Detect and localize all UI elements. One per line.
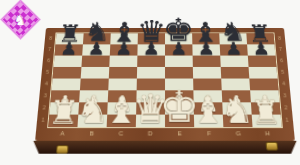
square-e1: ♚	[165, 115, 194, 127]
rank-label-left-6: 6	[44, 56, 52, 65]
square-h4	[249, 79, 278, 91]
square-c4	[108, 79, 137, 91]
square-b6	[81, 56, 109, 67]
folding-box-edge	[29, 141, 300, 154]
square-b8: ♞	[83, 33, 111, 44]
square-b3	[79, 90, 108, 102]
square-g7: ♟	[220, 44, 248, 55]
file-label-a: A	[47, 129, 77, 139]
rank-label-left-1: 1	[39, 115, 48, 125]
rank-label-left-3: 3	[41, 91, 49, 101]
square-f5	[193, 67, 221, 79]
square-f1: ♝	[194, 115, 223, 127]
square-d1: ♛	[136, 115, 165, 127]
square-a6	[54, 56, 83, 67]
square-g4	[221, 79, 250, 91]
file-label-b: B	[77, 129, 107, 139]
square-h3	[250, 90, 279, 102]
square-a1: ♜	[48, 115, 78, 127]
square-e4	[165, 79, 193, 91]
rank-label-right-5: 5	[278, 67, 286, 76]
file-labels: ABCDEFGH	[47, 129, 282, 139]
black-king: ♚	[163, 15, 195, 45]
file-label-d: D	[136, 129, 165, 139]
square-e2: ♟	[165, 102, 194, 114]
black-knight: ♞	[83, 20, 110, 45]
square-d6	[137, 56, 165, 67]
rank-label-left-2: 2	[40, 103, 49, 113]
square-d3	[136, 90, 165, 102]
brass-clasp-right	[266, 142, 279, 151]
black-queen: ♛	[136, 17, 166, 45]
chess-board: 87654321 ♜♞♝♛♚♝♞♜♟♟♟♟♟♟♟♟♟♟♟♟♟♟♟♟♜♞♝♛♚♝♞…	[34, 28, 296, 154]
square-c7: ♟	[110, 44, 138, 55]
rank-label-right-2: 2	[282, 103, 291, 113]
square-e8: ♚	[165, 33, 192, 44]
file-label-f: F	[194, 129, 224, 139]
rank-label-left-4: 4	[42, 79, 50, 88]
rank-label-right-8: 8	[275, 34, 283, 43]
square-e6	[165, 56, 193, 67]
square-h7: ♟	[247, 44, 275, 55]
square-f2: ♟	[194, 102, 223, 114]
rank-label-right-1: 1	[283, 115, 292, 125]
rank-label-right-3: 3	[280, 91, 288, 101]
square-c8: ♝	[110, 33, 138, 44]
square-g1: ♞	[223, 115, 253, 127]
square-c6	[109, 56, 137, 67]
square-f4	[193, 79, 222, 91]
square-c2: ♟	[107, 102, 136, 114]
rank-label-right-7: 7	[276, 45, 284, 54]
square-g8: ♞	[219, 33, 247, 44]
file-label-g: G	[223, 129, 253, 139]
file-label-c: C	[106, 129, 136, 139]
square-a7: ♟	[55, 44, 83, 55]
square-d5	[137, 67, 165, 79]
knight-icon: ♞	[14, 13, 27, 27]
black-knight: ♞	[219, 20, 246, 45]
square-h1: ♜	[252, 115, 282, 127]
rank-label-right-4: 4	[279, 79, 287, 88]
square-b2: ♟	[78, 102, 107, 114]
square-f6	[193, 56, 221, 67]
square-b7: ♟	[82, 44, 110, 55]
rank-label-right-6: 6	[277, 56, 285, 65]
square-e5	[165, 67, 193, 79]
square-b1: ♞	[77, 115, 107, 127]
board-photo: ♞ 87654321 ♜♞♝♛♚♝♞♜♟♟♟♟♟♟♟♟♟♟♟♟♟♟♟♟♜♞♝♛♚…	[0, 0, 300, 165]
square-e7: ♟	[165, 44, 193, 55]
black-rook: ♜	[248, 23, 273, 45]
square-a5	[53, 67, 82, 79]
square-d7: ♟	[137, 44, 165, 55]
square-f8: ♝	[192, 33, 220, 44]
square-d8: ♛	[138, 33, 165, 44]
square-f7: ♟	[192, 44, 220, 55]
square-f3	[193, 90, 222, 102]
black-bishop: ♝	[110, 20, 138, 46]
chess-logo: ♞	[2, 1, 38, 37]
black-bishop: ♝	[192, 20, 220, 46]
board-grid: ♜♞♝♛♚♝♞♜♟♟♟♟♟♟♟♟♟♟♟♟♟♟♟♟♜♞♝♛♚♝♞♜	[47, 33, 283, 129]
square-e3	[165, 90, 194, 102]
square-a4	[52, 79, 81, 91]
square-b4	[80, 79, 109, 91]
square-g3	[222, 90, 251, 102]
brass-clasp-left	[56, 145, 69, 154]
square-h5	[249, 67, 278, 79]
square-a2: ♟	[49, 102, 79, 114]
square-c3	[108, 90, 137, 102]
rank-label-left-8: 8	[47, 34, 55, 43]
square-h8: ♜	[246, 33, 274, 44]
checkered-diamond: ♞	[1, 0, 39, 38]
square-a8: ♜	[56, 33, 84, 44]
square-c1: ♝	[107, 115, 136, 127]
black-rook: ♜	[57, 23, 82, 45]
square-h2: ♟	[251, 102, 281, 114]
file-label-h: H	[253, 129, 283, 139]
board-frame: 87654321 ♜♞♝♛♚♝♞♜♟♟♟♟♟♟♟♟♟♟♟♟♟♟♟♟♜♞♝♛♚♝♞…	[35, 28, 295, 141]
file-label-e: E	[165, 129, 194, 139]
square-d2: ♟	[136, 102, 165, 114]
square-b5	[81, 67, 110, 79]
square-g6	[220, 56, 248, 67]
rank-label-left-5: 5	[43, 67, 51, 76]
square-h6	[248, 56, 277, 67]
square-g5	[221, 67, 250, 79]
rank-label-left-7: 7	[45, 45, 53, 54]
square-a3	[50, 90, 79, 102]
square-g2: ♟	[222, 102, 251, 114]
square-d4	[137, 79, 165, 91]
square-c5	[109, 67, 137, 79]
